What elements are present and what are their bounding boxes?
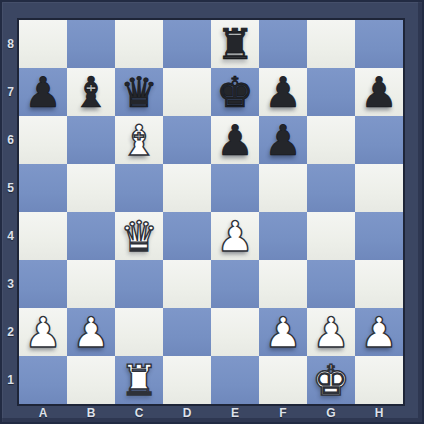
rank-label-1: 1	[2, 356, 19, 404]
piece-white-rook-c1[interactable]: ♜	[120, 360, 158, 402]
square-f2[interactable]: ♟	[259, 308, 307, 356]
square-f1[interactable]	[259, 356, 307, 404]
piece-black-queen-c7[interactable]: ♛	[120, 72, 158, 114]
square-e1[interactable]	[211, 356, 259, 404]
square-g7[interactable]	[307, 68, 355, 116]
square-d3[interactable]	[163, 260, 211, 308]
square-a5[interactable]	[19, 164, 67, 212]
piece-black-pawn-f7[interactable]: ♟	[264, 72, 302, 114]
square-a3[interactable]	[19, 260, 67, 308]
square-a6[interactable]	[19, 116, 67, 164]
piece-black-bishop-b7[interactable]: ♝	[72, 72, 110, 114]
piece-white-king-g1[interactable]: ♚	[312, 360, 350, 402]
square-b5[interactable]	[67, 164, 115, 212]
square-c2[interactable]	[115, 308, 163, 356]
square-c8[interactable]	[115, 20, 163, 68]
file-label-f: F	[259, 404, 307, 422]
square-b4[interactable]	[67, 212, 115, 260]
chess-board: ♜♟♝♛♚♟♟♝♟♟♛♟♟♟♟♟♟♜♚	[19, 20, 403, 404]
rank-label-8: 8	[2, 20, 19, 68]
square-h2[interactable]: ♟	[355, 308, 403, 356]
rank-label-3: 3	[2, 260, 19, 308]
square-f7[interactable]: ♟	[259, 68, 307, 116]
square-g8[interactable]	[307, 20, 355, 68]
piece-white-queen-c4[interactable]: ♛	[120, 216, 158, 258]
square-c4[interactable]: ♛	[115, 212, 163, 260]
piece-black-pawn-a7[interactable]: ♟	[24, 72, 62, 114]
rank-labels: 87654321	[2, 20, 19, 404]
square-d4[interactable]	[163, 212, 211, 260]
square-g5[interactable]	[307, 164, 355, 212]
square-d5[interactable]	[163, 164, 211, 212]
square-b1[interactable]	[67, 356, 115, 404]
square-e5[interactable]	[211, 164, 259, 212]
file-label-a: A	[19, 404, 67, 422]
file-label-c: C	[115, 404, 163, 422]
square-c1[interactable]: ♜	[115, 356, 163, 404]
rank-label-4: 4	[2, 212, 19, 260]
piece-white-pawn-f2[interactable]: ♟	[264, 312, 302, 354]
square-d8[interactable]	[163, 20, 211, 68]
square-b7[interactable]: ♝	[67, 68, 115, 116]
square-e3[interactable]	[211, 260, 259, 308]
square-g1[interactable]: ♚	[307, 356, 355, 404]
file-label-d: D	[163, 404, 211, 422]
square-h5[interactable]	[355, 164, 403, 212]
square-b6[interactable]	[67, 116, 115, 164]
square-e4[interactable]: ♟	[211, 212, 259, 260]
rank-label-2: 2	[2, 308, 19, 356]
file-label-b: B	[67, 404, 115, 422]
rank-label-5: 5	[2, 164, 19, 212]
square-a7[interactable]: ♟	[19, 68, 67, 116]
file-labels: ABCDEFGH	[19, 404, 403, 422]
square-c7[interactable]: ♛	[115, 68, 163, 116]
piece-black-pawn-h7[interactable]: ♟	[360, 72, 398, 114]
piece-black-king-e7[interactable]: ♚	[216, 72, 254, 114]
square-a8[interactable]	[19, 20, 67, 68]
square-e2[interactable]	[211, 308, 259, 356]
rank-label-7: 7	[2, 68, 19, 116]
square-b3[interactable]	[67, 260, 115, 308]
square-h8[interactable]	[355, 20, 403, 68]
file-label-e: E	[211, 404, 259, 422]
piece-white-pawn-b2[interactable]: ♟	[72, 312, 110, 354]
square-h1[interactable]	[355, 356, 403, 404]
square-g2[interactable]: ♟	[307, 308, 355, 356]
piece-black-pawn-e6[interactable]: ♟	[216, 120, 254, 162]
square-g3[interactable]	[307, 260, 355, 308]
square-g4[interactable]	[307, 212, 355, 260]
piece-white-pawn-h2[interactable]: ♟	[360, 312, 398, 354]
square-e6[interactable]: ♟	[211, 116, 259, 164]
square-f4[interactable]	[259, 212, 307, 260]
square-f8[interactable]	[259, 20, 307, 68]
square-a2[interactable]: ♟	[19, 308, 67, 356]
piece-white-bishop-c6[interactable]: ♝	[120, 120, 158, 162]
square-h4[interactable]	[355, 212, 403, 260]
square-d1[interactable]	[163, 356, 211, 404]
square-g6[interactable]	[307, 116, 355, 164]
file-label-g: G	[307, 404, 355, 422]
piece-black-rook-e8[interactable]: ♜	[216, 24, 254, 66]
piece-black-pawn-f6[interactable]: ♟	[264, 120, 302, 162]
square-d7[interactable]	[163, 68, 211, 116]
square-e7[interactable]: ♚	[211, 68, 259, 116]
square-h7[interactable]: ♟	[355, 68, 403, 116]
piece-white-pawn-e4[interactable]: ♟	[216, 216, 254, 258]
square-f6[interactable]: ♟	[259, 116, 307, 164]
chess-board-window: 87654321 ABCDEFGH ♜♟♝♛♚♟♟♝♟♟♛♟♟♟♟♟♟♜♚	[0, 0, 424, 424]
square-f3[interactable]	[259, 260, 307, 308]
square-b8[interactable]	[67, 20, 115, 68]
square-c6[interactable]: ♝	[115, 116, 163, 164]
square-h6[interactable]	[355, 116, 403, 164]
rank-label-6: 6	[2, 116, 19, 164]
file-label-h: H	[355, 404, 403, 422]
square-c3[interactable]	[115, 260, 163, 308]
square-d6[interactable]	[163, 116, 211, 164]
piece-white-pawn-a2[interactable]: ♟	[24, 312, 62, 354]
square-a1[interactable]	[19, 356, 67, 404]
square-c5[interactable]	[115, 164, 163, 212]
piece-white-pawn-g2[interactable]: ♟	[312, 312, 350, 354]
square-h3[interactable]	[355, 260, 403, 308]
square-e8[interactable]: ♜	[211, 20, 259, 68]
square-a4[interactable]	[19, 212, 67, 260]
square-d2[interactable]	[163, 308, 211, 356]
square-b2[interactable]: ♟	[67, 308, 115, 356]
square-f5[interactable]	[259, 164, 307, 212]
